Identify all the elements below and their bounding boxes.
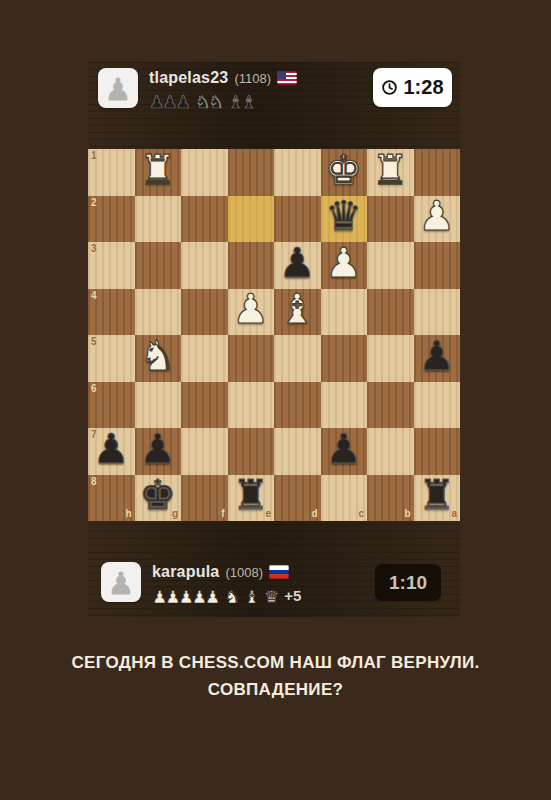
square-f6[interactable] [181,382,228,429]
pawn-avatar-icon: ♟ [107,568,135,599]
caption-line-2: СОВПАДЕНИЕ? [0,676,551,703]
captured-pieces-top: ♟♟♟ ♞♞ ♝♝ [149,91,373,113]
ru-flag-icon [269,565,289,579]
square-a2[interactable]: ♟ [414,196,461,243]
caption-line-1: СЕГОДНЯ В CHESS.COM НАШ ФЛАГ ВЕРНУЛИ. [0,649,551,676]
rank-label: 1 [91,151,97,161]
square-f8[interactable]: f [181,475,228,522]
square-a4[interactable] [414,289,461,336]
white-knight: ♞ [139,336,176,377]
story-background: ♟ tlapelas23 (1108) ♟♟♟ ♞♞ ♝♝ 1:28 1♜♚♜2… [0,0,551,800]
square-a3[interactable] [414,242,461,289]
square-c6[interactable] [321,382,368,429]
rank-label: 4 [91,291,97,301]
white-bishop: ♝ [279,289,316,330]
square-e8[interactable]: e♜ [228,475,275,522]
square-h1[interactable]: 1 [88,149,135,196]
square-d7[interactable] [274,428,321,475]
captured-pieces-bottom: ♟♟♟♟♟ ♞ ♝ ♛+5 [152,585,375,608]
rank-label: 2 [91,198,97,208]
square-b2[interactable] [367,196,414,243]
square-e7[interactable] [228,428,275,475]
username-bottom[interactable]: karapula [152,563,219,581]
black-rook: ♜ [418,475,455,516]
player-info-top: tlapelas23 (1108) ♟♟♟ ♞♞ ♝♝ [149,68,373,113]
username-top[interactable]: tlapelas23 [149,69,228,87]
black-pawn: ♟ [93,429,130,470]
square-d6[interactable] [274,382,321,429]
black-pawn: ♟ [139,429,176,470]
square-g7[interactable]: ♟ [135,428,182,475]
player-info-bottom: karapula (1008) ♟♟♟♟♟ ♞ ♝ ♛+5 [152,562,375,608]
square-h6[interactable]: 6 [88,382,135,429]
square-c1[interactable]: ♚ [321,149,368,196]
square-g3[interactable] [135,242,182,289]
square-c8[interactable]: c [321,475,368,522]
rating-top: (1108) [234,71,271,86]
square-c2[interactable]: ♛ [321,196,368,243]
square-b4[interactable] [367,289,414,336]
square-b1[interactable]: ♜ [367,149,414,196]
square-b7[interactable] [367,428,414,475]
avatar-bottom[interactable]: ♟ [101,562,141,602]
square-c7[interactable]: ♟ [321,428,368,475]
square-e1[interactable] [228,149,275,196]
player-bar-bottom: ♟ karapula (1008) ♟♟♟♟♟ ♞ ♝ ♛+5 1:10 [101,562,441,608]
square-d4[interactable]: ♝ [274,289,321,336]
square-d2[interactable] [274,196,321,243]
square-b3[interactable] [367,242,414,289]
square-d1[interactable] [274,149,321,196]
black-rook: ♜ [232,475,269,516]
material-advantage: +5 [284,587,301,604]
square-d5[interactable] [274,335,321,382]
square-e5[interactable] [228,335,275,382]
black-pawn: ♟ [279,243,316,284]
white-rook: ♜ [139,150,176,191]
square-g1[interactable]: ♜ [135,149,182,196]
white-king: ♚ [325,150,362,191]
file-label: d [311,509,317,519]
square-f5[interactable] [181,335,228,382]
avatar-top[interactable]: ♟ [98,68,138,108]
rank-label: 6 [91,384,97,394]
file-label: b [404,509,410,519]
square-c4[interactable] [321,289,368,336]
white-pawn: ♟ [232,289,269,330]
black-pawn: ♟ [418,336,455,377]
square-f7[interactable] [181,428,228,475]
square-h5[interactable]: 5 [88,335,135,382]
square-g5[interactable]: ♞ [135,335,182,382]
player-bar-top: ♟ tlapelas23 (1108) ♟♟♟ ♞♞ ♝♝ 1:28 [98,68,452,113]
square-a8[interactable]: a♜ [414,475,461,522]
square-e4[interactable]: ♟ [228,289,275,336]
square-h3[interactable]: 3 [88,242,135,289]
clock-bottom-time: 1:10 [389,572,427,594]
square-a1[interactable] [414,149,461,196]
square-a7[interactable] [414,428,461,475]
captured-glyphs-bottom: ♟♟♟♟♟ ♞ ♝ ♛ [152,587,277,607]
white-pawn: ♟ [418,196,455,237]
white-rook: ♜ [372,150,409,191]
square-a5[interactable]: ♟ [414,335,461,382]
square-f2[interactable] [181,196,228,243]
black-pawn: ♟ [325,429,362,470]
square-d8[interactable]: d [274,475,321,522]
rank-label: 3 [91,244,97,254]
square-d3[interactable]: ♟ [274,242,321,289]
square-g8[interactable]: g♚ [135,475,182,522]
rating-bottom: (1008) [225,565,263,580]
pawn-avatar-icon: ♟ [104,74,132,105]
file-label: h [125,509,131,519]
square-b5[interactable] [367,335,414,382]
square-b8[interactable]: b [367,475,414,522]
clock-bottom: 1:10 [375,564,441,601]
story-caption: СЕГОДНЯ В CHESS.COM НАШ ФЛАГ ВЕРНУЛИ. СО… [0,649,551,703]
square-g4[interactable] [135,289,182,336]
black-queen: ♛ [325,196,362,237]
square-h8[interactable]: 8h [88,475,135,522]
file-label: c [358,509,364,519]
square-c5[interactable] [321,335,368,382]
square-b6[interactable] [367,382,414,429]
us-flag-icon [277,71,297,85]
square-a6[interactable] [414,382,461,429]
square-f4[interactable] [181,289,228,336]
square-c3[interactable]: ♟ [321,242,368,289]
square-f3[interactable] [181,242,228,289]
chess-app-screenshot: ♟ tlapelas23 (1108) ♟♟♟ ♞♞ ♝♝ 1:28 1♜♚♜2… [88,62,460,617]
square-h4[interactable]: 4 [88,289,135,336]
square-e6[interactable] [228,382,275,429]
rank-label: 8 [91,477,97,487]
square-e2[interactable] [228,196,275,243]
clock-top: 1:28 [373,68,452,107]
square-g2[interactable] [135,196,182,243]
clock-icon [381,79,398,96]
black-king: ♚ [139,475,176,516]
chess-board: 1♜♚♜2♛♟3♟♟4♟♝5♞♟67♟♟♟8hg♚fe♜dcba♜ [88,149,460,521]
square-g6[interactable] [135,382,182,429]
square-f1[interactable] [181,149,228,196]
square-h2[interactable]: 2 [88,196,135,243]
square-e3[interactable] [228,242,275,289]
clock-top-time: 1:28 [403,76,443,99]
white-pawn: ♟ [325,243,362,284]
rank-label: 5 [91,337,97,347]
file-label: f [221,509,224,519]
square-h7[interactable]: 7♟ [88,428,135,475]
